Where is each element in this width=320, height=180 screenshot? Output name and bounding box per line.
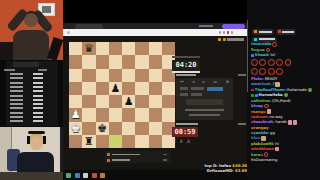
leaderboard-row-name — [10, 107, 23, 109]
chat-message: Invernide — [251, 42, 318, 47]
square-c7[interactable] — [96, 55, 109, 68]
notification-icon — [107, 159, 110, 162]
white-king-a2[interactable]: ♚ — [71, 122, 81, 135]
streamer-head — [24, 13, 38, 27]
chat-message — [251, 59, 318, 67]
leaderboard-title-pill — [13, 62, 39, 67]
square-d2[interactable] — [109, 122, 122, 135]
chat-message: chessbrah:hands — [251, 120, 318, 124]
square-b4[interactable] — [82, 95, 95, 108]
chat-username[interactable]: TheRealThom: — [255, 88, 286, 92]
notification-icon — [107, 153, 110, 156]
back-icon[interactable] — [67, 31, 70, 34]
chat-username[interactable]: cyanide: — [251, 131, 269, 135]
pepega-emote-icon — [261, 136, 266, 141]
ring-emote-icon — [266, 48, 271, 53]
square-e3[interactable] — [122, 108, 135, 121]
streamer-torso — [13, 30, 49, 60]
ring-emote-icon — [276, 59, 283, 66]
leaderboard-row-value — [33, 86, 43, 88]
square-e7[interactable] — [122, 55, 135, 68]
square-b8[interactable]: ♛ — [82, 42, 95, 55]
black-pawn-d5[interactable]: ♟ — [110, 82, 120, 95]
square-g3[interactable] — [149, 108, 162, 121]
chat-message: pleb4onHi:hi — [251, 142, 318, 146]
chat-message-text: ItsDownswing — [251, 158, 277, 162]
headphones-earcup-right — [43, 136, 46, 144]
notification-action[interactable] — [163, 154, 167, 156]
chat-message: keres — [251, 152, 318, 157]
chat-event-chip[interactable] — [252, 29, 274, 35]
leaderboard-row-name — [10, 90, 23, 92]
site-user-menu[interactable] — [218, 38, 244, 41]
username-text — [227, 38, 244, 41]
square-f4[interactable] — [135, 95, 148, 108]
chat-message-text: thalamode — [286, 88, 306, 92]
microphone — [47, 37, 63, 60]
chair-edge — [0, 42, 13, 60]
square-a6[interactable] — [69, 69, 82, 82]
taskbar-app-icon-2[interactable] — [75, 173, 80, 178]
player-top-row — [172, 74, 246, 76]
clock-top: 04:20 — [172, 60, 200, 71]
square-a1[interactable] — [69, 135, 82, 148]
chat-message-text: no way — [269, 115, 283, 119]
chat-message: Pluto:READY — [251, 77, 318, 81]
square-a4[interactable] — [69, 95, 82, 108]
clock-progress-bar — [172, 71, 200, 72]
streamer2-head — [30, 136, 43, 150]
square-f1[interactable] — [135, 135, 148, 148]
chat-username[interactable]: keres — [251, 153, 263, 157]
leaderboard-header-right — [38, 69, 47, 71]
chat-messages: InvernideRogue5head:lolPluto:READYameric… — [251, 42, 318, 180]
chat-system-message: ItsDownswing — [251, 158, 318, 162]
chat-username[interactable]: bluep — [251, 104, 263, 108]
chat-badge-icon — [251, 89, 254, 92]
square-f2[interactable] — [135, 122, 148, 135]
square-a3[interactable]: ♟ — [69, 108, 82, 121]
leaderboard-row-value — [33, 77, 43, 79]
headphones-band-icon — [28, 131, 45, 134]
captured-pieces: ♖ ♗ ♙ — [172, 138, 191, 144]
chip-icon — [254, 30, 257, 33]
chat-username[interactable]: bloo — [251, 136, 260, 140]
square-d5[interactable]: ♟ — [109, 82, 122, 95]
square-c1[interactable] — [96, 135, 109, 148]
square-f8[interactable] — [135, 42, 148, 55]
notification-row[interactable] — [107, 152, 169, 157]
chat-message: mango — [251, 109, 318, 114]
green-emote-icon — [284, 93, 288, 97]
square-c3[interactable] — [96, 108, 109, 121]
square-g4[interactable] — [149, 95, 162, 108]
chat-username[interactable]: mango — [251, 110, 266, 114]
square-h4[interactable] — [162, 95, 175, 108]
green-emote-icon — [308, 88, 312, 92]
square-a2[interactable]: ♚ — [69, 122, 82, 135]
notification-box — [105, 151, 171, 163]
move-number2 — [180, 93, 188, 96]
ring-emote-icon — [285, 59, 292, 66]
chip-icon — [254, 38, 257, 41]
chat-message: TheRealThom:thalamode — [251, 88, 318, 92]
white-pawn-a3[interactable]: ♟ — [71, 108, 81, 121]
ring-emote-icon — [272, 42, 277, 47]
leaderboard-row-value — [33, 95, 43, 97]
leaderboard-row-name — [10, 120, 23, 122]
square-b5[interactable] — [82, 82, 95, 95]
square-c5[interactable] — [96, 82, 109, 95]
leaderboard-header-left — [4, 69, 15, 71]
move-panel: ⏮◂▸⏭≡ — [176, 78, 233, 120]
leaderboard-row-name — [10, 86, 23, 88]
chat-message: saltmine:(Oh,Hard) — [251, 99, 318, 103]
chat-username[interactable]: Pluto: — [251, 77, 264, 81]
leaderboard-row-name — [10, 82, 23, 84]
game-action-button[interactable] — [186, 99, 223, 105]
chat-message: cyanide:gg — [251, 131, 318, 135]
chat-message: bloo — [251, 136, 318, 141]
square-e8[interactable] — [122, 42, 135, 55]
square-h8[interactable] — [162, 42, 175, 55]
notification-text — [112, 159, 130, 161]
chat-message: Rogue — [251, 48, 318, 53]
leaderboard-row-name — [10, 95, 23, 97]
taskbar-app-icon-5[interactable] — [100, 173, 105, 178]
chat-username[interactable]: orangey — [251, 126, 269, 130]
black-pawn-e4[interactable]: ♟ — [124, 95, 134, 108]
chat-message: redrum:no way — [251, 115, 318, 119]
player-bottom-row — [172, 123, 246, 125]
black-queen-b8[interactable]: ♛ — [84, 42, 94, 55]
donation-ticker: top D: lmfao $40.20 DrHouseMD: $3.69 — [183, 163, 247, 173]
leaderboard-row-value — [33, 116, 43, 118]
taskbar-app-icon-4[interactable] — [92, 173, 97, 178]
window-controls[interactable] — [199, 25, 213, 27]
chat-badge-icon — [251, 54, 254, 57]
square-a5[interactable] — [69, 82, 82, 95]
leaderboard-row-name — [10, 103, 23, 105]
square-f7[interactable] — [135, 55, 148, 68]
player-top-name — [176, 74, 196, 76]
notification-row[interactable] — [107, 158, 169, 163]
square-g7[interactable] — [149, 55, 162, 68]
replay-controls[interactable]: ⏮◂▸⏭≡ — [180, 80, 229, 84]
chat-username[interactable]: chessbrah: — [251, 120, 274, 124]
pepega-emote-icon — [267, 109, 272, 114]
black-king-c2[interactable]: ♚ — [97, 122, 107, 135]
ring-emote-icon — [276, 68, 283, 75]
move-white2[interactable] — [191, 93, 202, 96]
leaderboard-row-name — [10, 112, 23, 114]
chat-username[interactable]: redrum: — [251, 115, 268, 119]
square-e2[interactable] — [122, 122, 135, 135]
square-b2[interactable] — [82, 122, 95, 135]
leaderboard-row-value — [33, 120, 43, 122]
square-g5[interactable] — [149, 82, 162, 95]
chat-username[interactable]: Rogue — [251, 48, 265, 52]
chat-message-text: hands — [275, 120, 287, 124]
leaderboard-row-value — [33, 99, 43, 101]
square-c2[interactable]: ♚ — [96, 122, 109, 135]
chat-username[interactable]: saltmine: — [251, 99, 271, 103]
leaderboard-row-value — [33, 112, 43, 114]
chat-username[interactable]: Horowitzke — [259, 93, 283, 97]
chip-icon — [278, 30, 281, 33]
chat-message: windblown — [251, 147, 318, 151]
chat-message-text: (Oh,Hard) — [272, 99, 291, 103]
leaderboard-row-value — [33, 107, 43, 109]
square-d4[interactable] — [109, 95, 122, 108]
chat-message: Horowitzke — [251, 93, 318, 97]
square-c4[interactable] — [96, 95, 109, 108]
stream-frame: ♛♟♟♟♚♚♜ 04:20 ⏮◂▸⏭≡ 00:59 ♖ ♗ ♙ — [0, 0, 320, 180]
browser-address-bar[interactable] — [63, 29, 247, 36]
square-f3[interactable] — [135, 108, 148, 121]
square-e1[interactable] — [122, 135, 135, 148]
chip-label — [259, 31, 272, 33]
player-bottom-name — [176, 123, 198, 125]
chat-event-chips[interactable] — [252, 29, 318, 42]
leaderboard-row-value — [33, 73, 43, 75]
square-e5[interactable] — [122, 82, 135, 95]
square-a7[interactable] — [69, 55, 82, 68]
chat-message — [251, 68, 318, 76]
player-top-rating — [238, 74, 246, 76]
move-white[interactable] — [191, 87, 204, 90]
chat-badge-icon — [251, 94, 254, 97]
ring-emote-icon — [259, 68, 266, 75]
square-f6[interactable] — [135, 69, 148, 82]
chat-username[interactable]: american_f — [251, 82, 274, 86]
chat-message-text: gg — [270, 131, 275, 135]
taskbar-app-icon-1[interactable] — [66, 173, 71, 178]
chat-message: american_f — [251, 82, 318, 87]
square-h5[interactable] — [162, 82, 175, 95]
chat-message: bluep — [251, 104, 318, 109]
player-bottom-rating — [238, 123, 246, 125]
ring-emote-icon — [251, 68, 258, 75]
chat-username[interactable]: pleb4onHi: — [251, 142, 274, 146]
webcam-top-left — [0, 0, 63, 60]
leaderboard-row-value — [33, 82, 43, 84]
chess-board[interactable]: ♛♟♟♟♚♚♜ — [69, 42, 175, 148]
square-e6[interactable] — [122, 69, 135, 82]
leaderboard-panel — [0, 60, 63, 127]
active-move[interactable] — [207, 87, 223, 92]
player2-status-dot — [172, 123, 174, 125]
square-c8[interactable] — [96, 42, 109, 55]
square-c6[interactable] — [96, 69, 109, 82]
square-d8[interactable] — [109, 42, 122, 55]
square-g8[interactable] — [149, 42, 162, 55]
ring-emote-icon — [264, 152, 269, 157]
square-b7[interactable] — [82, 55, 95, 68]
square-a8[interactable] — [69, 42, 82, 55]
chat-badge-icon — [255, 94, 258, 97]
chat-message-text: hi — [275, 142, 278, 146]
ring-emote-icon — [268, 59, 275, 66]
extension-icons[interactable] — [219, 31, 234, 34]
player-status-dot — [172, 74, 174, 76]
square-d1[interactable] — [109, 135, 122, 148]
square-b6[interactable] — [82, 69, 95, 82]
browser-profile-pill[interactable] — [222, 24, 245, 29]
taskbar-app-icon-3[interactable] — [83, 173, 88, 178]
ring-emote-icon — [259, 59, 266, 66]
ring-emote-icon — [264, 104, 269, 109]
ring-emote-icon — [268, 68, 275, 75]
pink-emote-icon — [293, 120, 297, 124]
pepega-emote-icon — [275, 82, 280, 87]
panel-text-line2 — [189, 114, 220, 116]
square-d7[interactable] — [109, 55, 122, 68]
challenge-icon — [218, 38, 221, 41]
chat-message: 5head:lol — [251, 53, 318, 57]
chip-label — [282, 31, 294, 33]
leaderboard-row-name — [10, 116, 23, 118]
leaderboard-row-name — [10, 99, 23, 101]
webcam-bottom-left — [0, 127, 65, 180]
chat-message-text: READY — [265, 77, 278, 81]
square-d6[interactable] — [109, 69, 122, 82]
chat-left-accent — [247, 20, 248, 92]
square-g1[interactable] — [149, 135, 162, 148]
square-d3[interactable] — [109, 108, 122, 121]
leaderboard-row-name — [10, 73, 23, 75]
black-rook-b1[interactable]: ♜ — [84, 135, 94, 148]
square-g6[interactable] — [149, 69, 162, 82]
square-f5[interactable] — [135, 82, 148, 95]
panel-text-line1 — [185, 109, 224, 111]
square-h3[interactable] — [162, 108, 175, 121]
chat-username[interactable]: Invernide — [251, 42, 271, 46]
chat-message: orangey — [251, 126, 318, 130]
game-meta-text — [172, 56, 200, 58]
pink-emote-icon — [275, 147, 279, 151]
notification-action[interactable] — [163, 159, 167, 161]
leaderboard-row-value — [33, 103, 43, 105]
ring-emote-icon — [251, 59, 258, 66]
chat-username[interactable]: windblown — [251, 147, 274, 151]
leaderboard-row-value — [33, 90, 43, 92]
desk — [0, 172, 65, 180]
move-number — [180, 87, 188, 90]
notification-text — [112, 154, 140, 156]
chip-label — [259, 38, 275, 40]
leaderboard-row-name — [10, 77, 23, 79]
square-e4[interactable]: ♟ — [122, 95, 135, 108]
chat-event-chip[interactable] — [276, 29, 297, 35]
square-b3[interactable] — [82, 108, 95, 121]
square-b1[interactable]: ♜ — [82, 135, 95, 148]
notify-icon — [223, 38, 226, 41]
pink-emote-icon — [288, 120, 292, 124]
chat-username[interactable]: 5head: — [255, 53, 270, 57]
clock-bottom: 00:59 — [172, 127, 198, 137]
twitch-chat[interactable]: InvernideRogue5head:lolPluto:READYameric… — [247, 0, 320, 180]
headphones-earcup-left — [27, 136, 30, 144]
square-g2[interactable] — [149, 122, 162, 135]
chat-message-text: lol — [271, 53, 275, 57]
